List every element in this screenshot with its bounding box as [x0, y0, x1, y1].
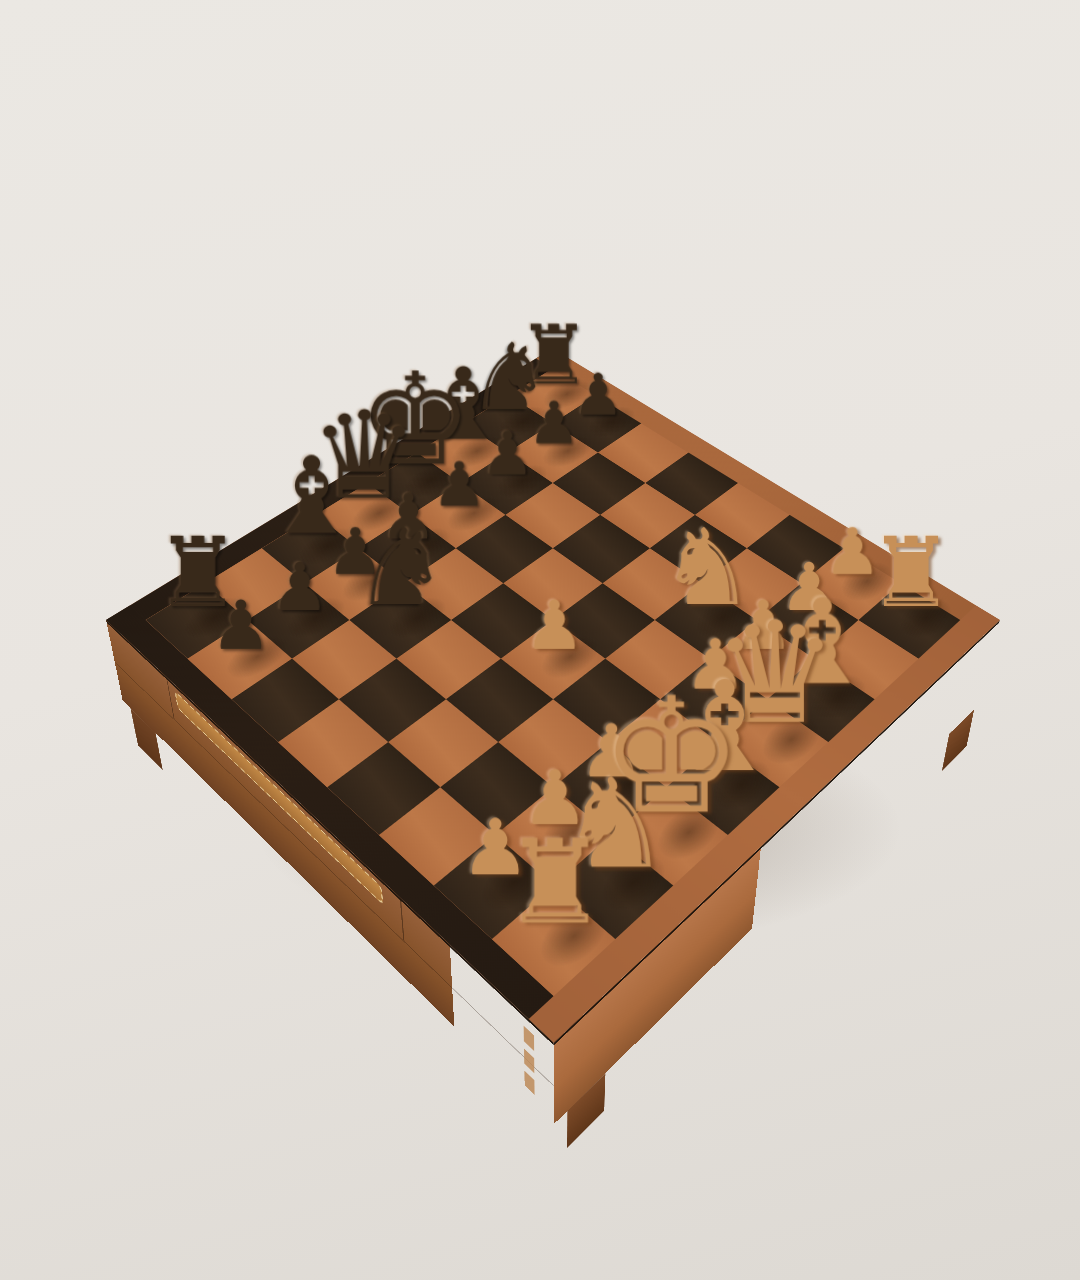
- white-pawn-d4[interactable]: ♟: [478, 592, 632, 660]
- dovetail-joint: [524, 1026, 535, 1052]
- pawn-glyph: ♟: [211, 592, 272, 660]
- pawn-glyph: ♟: [524, 592, 585, 660]
- white-rook-a1[interactable]: ♜: [464, 824, 646, 940]
- product-photo-scene: ♜♝♛♚♝♞♜♟♟♟♟♟♟♟♟♞♟♞♟♟♟♟♟♟♟♜♞♚♝♛♝♜: [0, 0, 1080, 1280]
- dovetail-joint: [524, 1070, 534, 1095]
- black-knight-c6[interactable]: ♞: [327, 515, 477, 621]
- knight-glyph: ♞: [354, 515, 449, 621]
- black-pawn-a7[interactable]: ♟: [164, 592, 318, 660]
- rook-glyph: ♜: [503, 824, 607, 940]
- box-leg-front: [567, 1073, 606, 1148]
